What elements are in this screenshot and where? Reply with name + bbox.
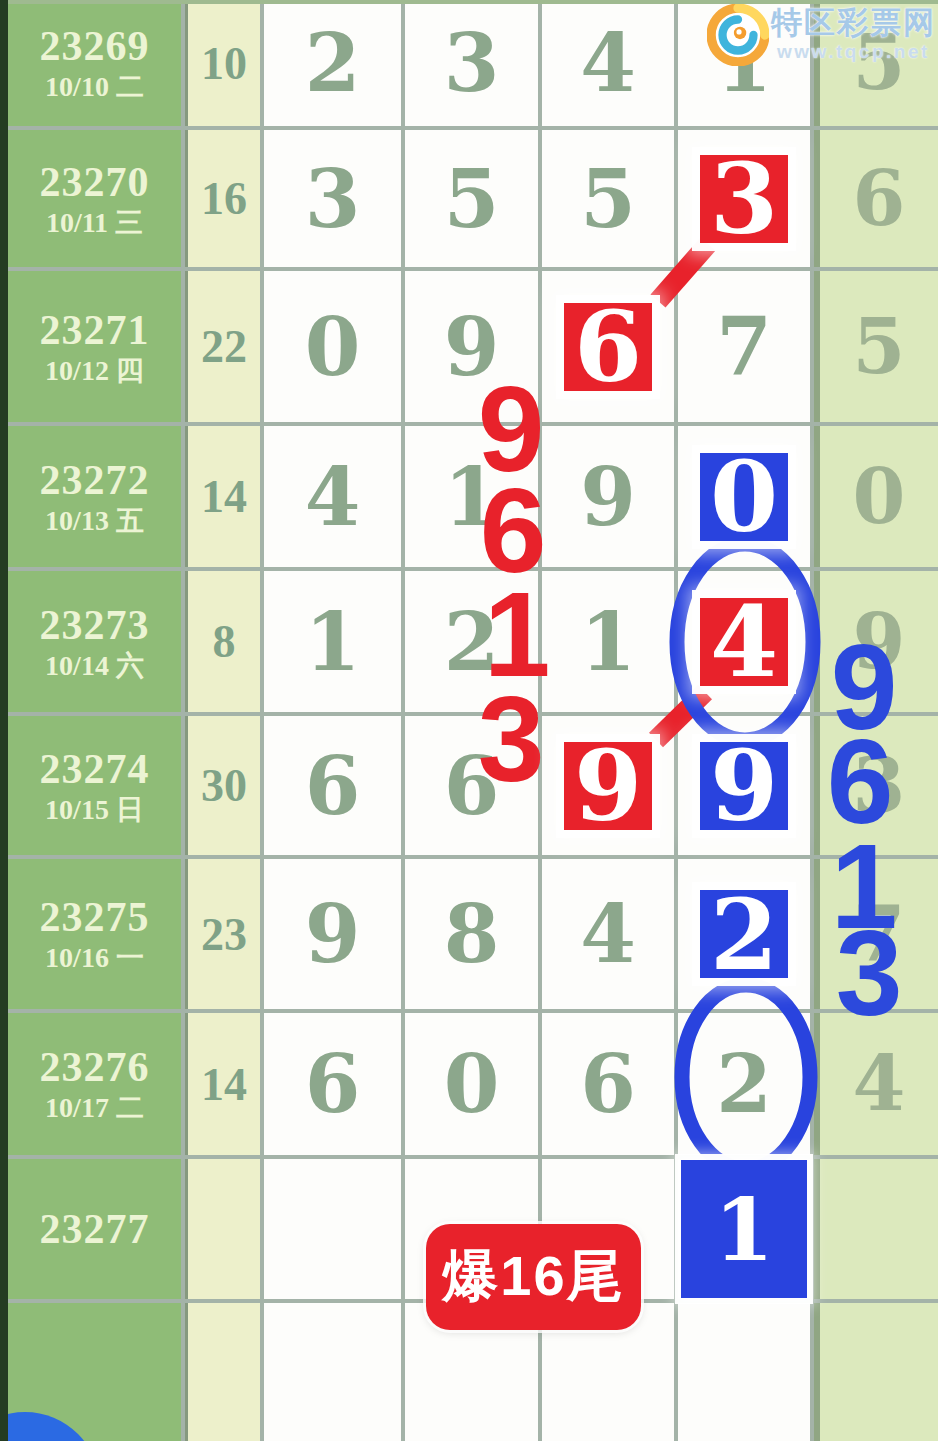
site-logo: 特区彩票网 www.tqcp.net	[707, 4, 936, 66]
tail-cell: 0	[814, 426, 938, 567]
ellipse-circled-digit: 2	[716, 1044, 772, 1124]
tail-badge: 爆16尾	[426, 1224, 641, 1330]
period-number: 23272	[40, 456, 150, 504]
period-cell: 23270 10/11 三	[8, 130, 181, 267]
period-cell: 23275 10/16 一	[8, 859, 181, 1009]
digit-value: 6	[580, 1044, 636, 1124]
digit-cell: 2	[405, 571, 538, 712]
period-number: 23276	[40, 1043, 150, 1091]
blue-marked-digit: 9	[700, 742, 788, 830]
period-date: 10/15 日	[45, 793, 144, 827]
tail-cell: 3	[814, 716, 938, 855]
digit-value: 1	[444, 457, 500, 537]
digit-value: 3	[305, 159, 361, 239]
tail-value: 6	[853, 161, 906, 237]
tail-value: 7	[853, 896, 906, 972]
tail-cell: 4	[814, 1013, 938, 1155]
digit-value: 7	[716, 307, 772, 387]
digit-value: 2	[305, 23, 361, 103]
period-date: 10/12 四	[45, 354, 144, 388]
blue-marked-digit: 0	[700, 453, 788, 541]
digit-cell: 3	[405, 0, 538, 126]
tail-cell: 5	[814, 271, 938, 422]
digit-cell: 5	[542, 130, 674, 267]
sum-cell: 14	[185, 426, 260, 567]
period-cell: 23277	[8, 1159, 181, 1299]
sum-cell	[185, 1303, 260, 1441]
digit-cell: 6	[542, 1013, 674, 1155]
logo-title: 特区彩票网	[771, 4, 936, 41]
digit-value: 4	[580, 23, 636, 103]
digit-cell: 0	[678, 426, 810, 567]
digit-cell: 9	[264, 859, 401, 1009]
digit-cell: 6	[264, 1013, 401, 1155]
red-marked-digit: 3	[700, 155, 788, 243]
digit-cell: 0	[405, 1013, 538, 1155]
digit-value: 3	[444, 23, 500, 103]
digit-cell: 2	[264, 0, 401, 126]
tail-value: 0	[853, 459, 906, 535]
digit-cell: 2	[678, 859, 810, 1009]
digit-value: 1	[580, 602, 636, 682]
period-number: 23273	[40, 601, 150, 649]
digit-cell: 9	[542, 426, 674, 567]
digit-value: 9	[305, 894, 361, 974]
period-date: 10/11 三	[46, 206, 143, 240]
tail-value: 4	[853, 1046, 906, 1122]
trend-chart-board: 23269 10/10 二 10 2 3 4 1 5 23270 10/11 三…	[0, 0, 938, 1441]
sum-cell: 16	[185, 130, 260, 267]
period-number: 23271	[40, 306, 150, 354]
digit-value: 4	[580, 894, 636, 974]
tail-value: 5	[853, 309, 906, 385]
digit-cell: 6	[264, 716, 401, 855]
digit-cell: 8	[405, 859, 538, 1009]
digit-cell: 7	[678, 271, 810, 422]
digit-cell	[264, 1303, 401, 1441]
digit-cell: 2	[678, 1013, 810, 1155]
sum-cell: 30	[185, 716, 260, 855]
period-cell: 23274 10/15 日	[8, 716, 181, 855]
logo-url: www.tqcp.net	[771, 41, 936, 64]
digit-value: 6	[305, 1044, 361, 1124]
tail-cell: 7	[814, 859, 938, 1009]
period-number: 23274	[40, 745, 150, 793]
digit-cell	[264, 1159, 401, 1299]
period-date: 10/10 二	[45, 70, 144, 104]
red-marked-digit: 6	[564, 303, 652, 391]
digit-value: 0	[444, 1044, 500, 1124]
period-cell: 23273 10/14 六	[8, 571, 181, 712]
sum-cell: 14	[185, 1013, 260, 1155]
digit-cell: 1	[405, 426, 538, 567]
digit-value: 6	[444, 746, 500, 826]
digit-cell: 9	[405, 271, 538, 422]
period-date: 10/17 二	[45, 1091, 144, 1125]
digit-cell: 0	[264, 271, 401, 422]
digit-cell: 6	[405, 716, 538, 855]
digit-cell: 1	[264, 571, 401, 712]
digit-value: 9	[580, 457, 636, 537]
tail-cell	[814, 1159, 938, 1299]
digit-cell: 5	[405, 130, 538, 267]
sum-cell: 10	[185, 0, 260, 126]
digit-value: 5	[580, 159, 636, 239]
period-number: 23277	[40, 1205, 150, 1253]
digit-cell: 4	[264, 426, 401, 567]
digit-value: 6	[305, 746, 361, 826]
digit-cell: 3	[264, 130, 401, 267]
period-date: 10/13 五	[45, 504, 144, 538]
digit-cell	[678, 1303, 810, 1441]
period-date: 10/16 一	[45, 941, 144, 975]
tail-value: 3	[853, 748, 906, 824]
period-number: 23269	[40, 22, 150, 70]
tail-cell: 9	[814, 571, 938, 712]
tail-cell	[814, 1303, 938, 1441]
sum-cell: 22	[185, 271, 260, 422]
period-number: 23270	[40, 158, 150, 206]
red-marked-digit: 4	[700, 598, 788, 686]
digit-value: 2	[444, 602, 500, 682]
digit-cell: 9	[678, 716, 810, 855]
digit-cell: 1	[678, 1159, 810, 1299]
digit-cell: 3	[678, 130, 810, 267]
tail-value: 9	[853, 604, 906, 680]
logo-swirl-icon	[707, 4, 769, 66]
period-cell: 23269 10/10 二	[8, 0, 181, 126]
tail-cell: 6	[814, 130, 938, 267]
period-number: 23275	[40, 893, 150, 941]
sum-cell	[185, 1159, 260, 1299]
digit-cell: 6	[542, 271, 674, 422]
blue-marked-digit: 2	[700, 890, 788, 978]
red-marked-digit: 9	[564, 742, 652, 830]
digit-value: 4	[305, 457, 361, 537]
digit-value: 0	[305, 307, 361, 387]
digit-cell: 4	[678, 571, 810, 712]
digit-value: 8	[444, 894, 500, 974]
digit-cell: 4	[542, 0, 674, 126]
digit-value: 5	[444, 159, 500, 239]
digit-cell: 4	[542, 859, 674, 1009]
sum-cell: 8	[185, 571, 260, 712]
period-date: 10/14 六	[45, 649, 144, 683]
sum-cell: 23	[185, 859, 260, 1009]
digit-cell: 1	[542, 571, 674, 712]
digit-value: 1	[305, 602, 361, 682]
digit-cell: 9	[542, 716, 674, 855]
period-cell: 23272 10/13 五	[8, 426, 181, 567]
digit-value: 9	[444, 307, 500, 387]
period-cell: 23276 10/17 二	[8, 1013, 181, 1155]
period-cell: 23271 10/12 四	[8, 271, 181, 422]
big-blue-marked-digit: 1	[681, 1160, 807, 1298]
